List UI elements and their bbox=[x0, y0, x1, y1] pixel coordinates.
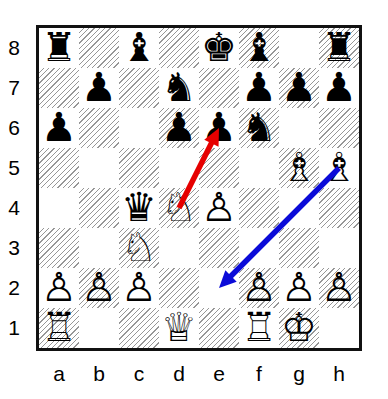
square-c7[interactable] bbox=[119, 68, 159, 108]
square-e8[interactable]: ♚ bbox=[199, 28, 239, 68]
piece-white-pawn: ♙ bbox=[121, 267, 157, 307]
piece-black-knight: ♞ bbox=[241, 107, 277, 147]
piece-black-rook: ♜ bbox=[41, 27, 77, 67]
piece-black-pawn: ♟ bbox=[41, 107, 77, 147]
square-h1[interactable] bbox=[319, 308, 359, 348]
file-label-c: c bbox=[119, 357, 159, 391]
square-b3[interactable] bbox=[79, 228, 119, 268]
square-e7[interactable] bbox=[199, 68, 239, 108]
piece-white-bishop: ♗ bbox=[281, 147, 317, 187]
piece-white-pawn: ♙ bbox=[281, 267, 317, 307]
rank-label-8: 8 bbox=[0, 28, 28, 68]
piece-white-pawn: ♙ bbox=[41, 267, 77, 307]
square-d2[interactable] bbox=[159, 268, 199, 308]
square-e4[interactable]: ♙ bbox=[199, 188, 239, 228]
square-a5[interactable] bbox=[39, 148, 79, 188]
square-h3[interactable] bbox=[319, 228, 359, 268]
rank-label-7: 7 bbox=[0, 68, 28, 108]
square-d5[interactable] bbox=[159, 148, 199, 188]
square-h4[interactable] bbox=[319, 188, 359, 228]
file-label-f: f bbox=[239, 357, 279, 391]
square-f1[interactable]: ♖ bbox=[239, 308, 279, 348]
chess-board: ♜♝♚♝♜♟♞♟♟♟♟♟♟♞♗♗♛♘♙♘♙♙♙♙♙♙♖♕♖♔ bbox=[36, 25, 362, 351]
piece-black-pawn: ♟ bbox=[81, 67, 117, 107]
square-h2[interactable]: ♙ bbox=[319, 268, 359, 308]
square-f6[interactable]: ♞ bbox=[239, 108, 279, 148]
file-label-d: d bbox=[159, 357, 199, 391]
piece-black-pawn: ♟ bbox=[201, 107, 237, 147]
piece-black-king: ♚ bbox=[201, 27, 237, 67]
square-a4[interactable] bbox=[39, 188, 79, 228]
piece-white-queen: ♕ bbox=[161, 307, 197, 347]
file-label-h: h bbox=[319, 357, 359, 391]
square-b5[interactable] bbox=[79, 148, 119, 188]
square-g8[interactable] bbox=[279, 28, 319, 68]
square-a7[interactable] bbox=[39, 68, 79, 108]
square-f8[interactable]: ♝ bbox=[239, 28, 279, 68]
square-g2[interactable]: ♙ bbox=[279, 268, 319, 308]
piece-black-bishop: ♝ bbox=[121, 27, 157, 67]
rank-label-3: 3 bbox=[0, 228, 28, 268]
square-c5[interactable] bbox=[119, 148, 159, 188]
file-label-g: g bbox=[279, 357, 319, 391]
square-b8[interactable] bbox=[79, 28, 119, 68]
piece-white-pawn: ♙ bbox=[201, 187, 237, 227]
square-f5[interactable] bbox=[239, 148, 279, 188]
square-c1[interactable] bbox=[119, 308, 159, 348]
rank-label-4: 4 bbox=[0, 188, 28, 228]
square-b4[interactable] bbox=[79, 188, 119, 228]
rank-label-2: 2 bbox=[0, 268, 28, 308]
square-c3[interactable]: ♘ bbox=[119, 228, 159, 268]
rank-label-1: 1 bbox=[0, 308, 28, 348]
piece-black-pawn: ♟ bbox=[321, 67, 357, 107]
chess-diagram: ♜♝♚♝♜♟♞♟♟♟♟♟♟♞♗♗♛♘♙♘♙♙♙♙♙♙♖♕♖♔ 87654321 … bbox=[0, 0, 388, 399]
square-h5[interactable]: ♗ bbox=[319, 148, 359, 188]
square-c6[interactable] bbox=[119, 108, 159, 148]
square-e6[interactable]: ♟ bbox=[199, 108, 239, 148]
square-c8[interactable]: ♝ bbox=[119, 28, 159, 68]
square-h7[interactable]: ♟ bbox=[319, 68, 359, 108]
file-label-b: b bbox=[79, 357, 119, 391]
piece-white-pawn: ♙ bbox=[81, 267, 117, 307]
file-label-e: e bbox=[199, 357, 239, 391]
rank-label-5: 5 bbox=[0, 148, 28, 188]
square-c2[interactable]: ♙ bbox=[119, 268, 159, 308]
piece-white-bishop: ♗ bbox=[321, 147, 357, 187]
square-g6[interactable] bbox=[279, 108, 319, 148]
square-h6[interactable] bbox=[319, 108, 359, 148]
square-f2[interactable]: ♙ bbox=[239, 268, 279, 308]
square-d1[interactable]: ♕ bbox=[159, 308, 199, 348]
square-g5[interactable]: ♗ bbox=[279, 148, 319, 188]
square-f3[interactable] bbox=[239, 228, 279, 268]
piece-white-king: ♔ bbox=[281, 307, 317, 347]
piece-black-knight: ♞ bbox=[161, 67, 197, 107]
piece-white-knight: ♘ bbox=[121, 227, 157, 267]
square-b6[interactable] bbox=[79, 108, 119, 148]
square-f4[interactable] bbox=[239, 188, 279, 228]
square-g7[interactable]: ♟ bbox=[279, 68, 319, 108]
piece-white-rook: ♖ bbox=[41, 307, 77, 347]
piece-black-bishop: ♝ bbox=[241, 27, 277, 67]
square-g1[interactable]: ♔ bbox=[279, 308, 319, 348]
piece-white-pawn: ♙ bbox=[321, 267, 357, 307]
piece-white-pawn: ♙ bbox=[241, 267, 277, 307]
piece-black-pawn: ♟ bbox=[161, 107, 197, 147]
square-a3[interactable] bbox=[39, 228, 79, 268]
square-e3[interactable] bbox=[199, 228, 239, 268]
square-a8[interactable]: ♜ bbox=[39, 28, 79, 68]
square-d3[interactable] bbox=[159, 228, 199, 268]
square-a6[interactable]: ♟ bbox=[39, 108, 79, 148]
piece-white-knight: ♘ bbox=[161, 187, 197, 227]
piece-white-rook: ♖ bbox=[241, 307, 277, 347]
square-b1[interactable] bbox=[79, 308, 119, 348]
square-c4[interactable]: ♛ bbox=[119, 188, 159, 228]
square-d7[interactable]: ♞ bbox=[159, 68, 199, 108]
rank-label-6: 6 bbox=[0, 108, 28, 148]
square-b7[interactable]: ♟ bbox=[79, 68, 119, 108]
square-h8[interactable]: ♜ bbox=[319, 28, 359, 68]
square-g4[interactable] bbox=[279, 188, 319, 228]
piece-black-rook: ♜ bbox=[321, 27, 357, 67]
square-a1[interactable]: ♖ bbox=[39, 308, 79, 348]
square-d6[interactable]: ♟ bbox=[159, 108, 199, 148]
piece-black-queen: ♛ bbox=[121, 187, 157, 227]
square-e2[interactable] bbox=[199, 268, 239, 308]
square-b2[interactable]: ♙ bbox=[79, 268, 119, 308]
square-e1[interactable] bbox=[199, 308, 239, 348]
square-d4[interactable]: ♘ bbox=[159, 188, 199, 228]
piece-black-pawn: ♟ bbox=[241, 67, 277, 107]
square-g3[interactable] bbox=[279, 228, 319, 268]
square-e5[interactable] bbox=[199, 148, 239, 188]
square-a2[interactable]: ♙ bbox=[39, 268, 79, 308]
square-f7[interactable]: ♟ bbox=[239, 68, 279, 108]
piece-black-pawn: ♟ bbox=[281, 67, 317, 107]
square-d8[interactable] bbox=[159, 28, 199, 68]
file-label-a: a bbox=[39, 357, 79, 391]
